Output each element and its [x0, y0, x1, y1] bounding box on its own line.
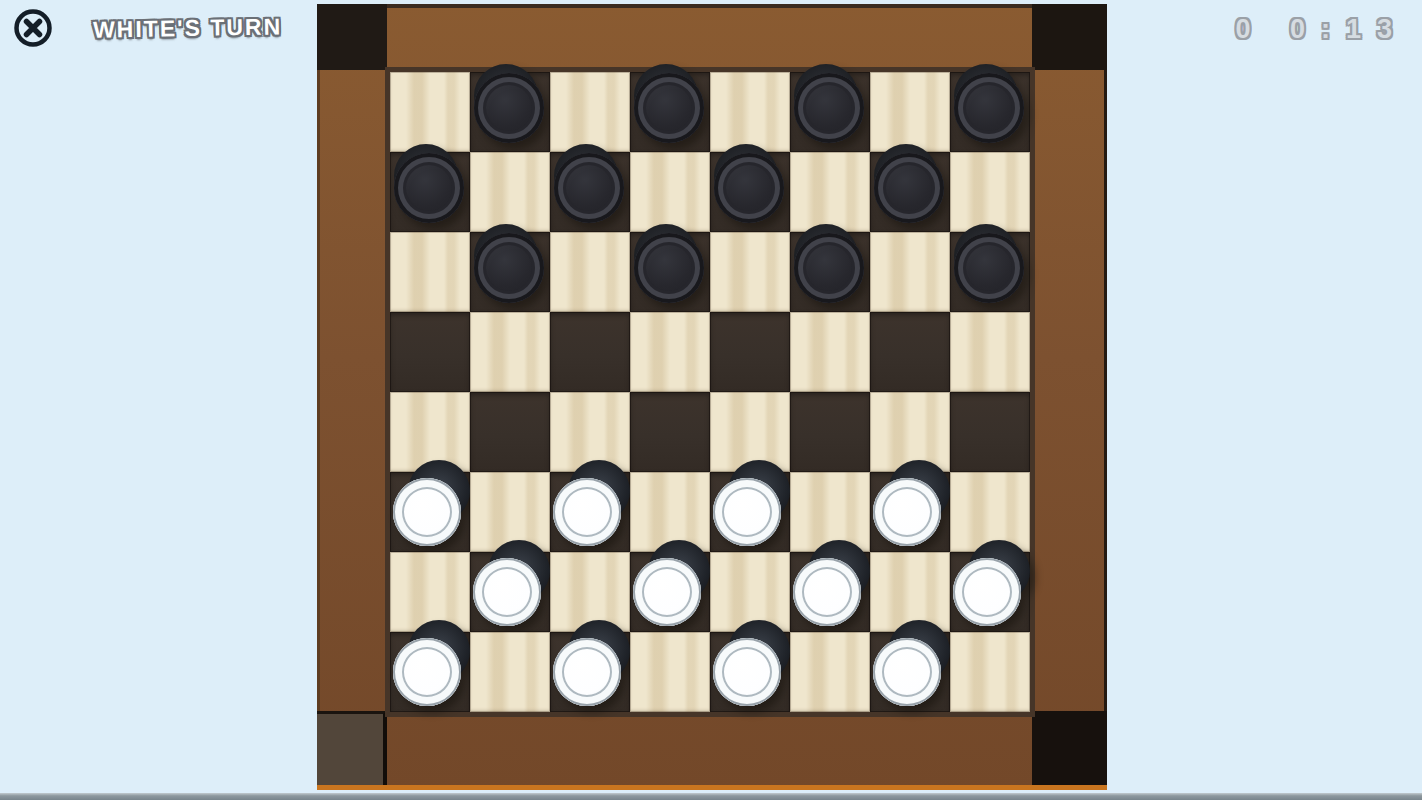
white-piece[interactable]: [870, 472, 950, 552]
black-piece[interactable]: [790, 72, 870, 152]
board-cell[interactable]: [550, 392, 630, 472]
black-piece[interactable]: [390, 152, 470, 232]
game-timer: 0 0:13: [1235, 14, 1408, 45]
board-cell[interactable]: [550, 552, 630, 632]
frame-top-edge: [317, 4, 1107, 8]
turn-indicator: WHITE'S TURN: [93, 13, 283, 43]
board-cell[interactable]: [790, 472, 870, 552]
piece-face: [954, 73, 1024, 143]
frame-corner-bottom-right: [1032, 711, 1107, 785]
white-piece[interactable]: [390, 632, 470, 712]
board-cell[interactable]: [470, 552, 550, 632]
board-cell[interactable]: [710, 632, 790, 712]
board-cell[interactable]: [710, 72, 790, 152]
board-cell[interactable]: [790, 152, 870, 232]
board-cell[interactable]: [790, 552, 870, 632]
board-cell[interactable]: [950, 232, 1030, 312]
board-cell[interactable]: [470, 152, 550, 232]
board-cell[interactable]: [630, 552, 710, 632]
board-cell[interactable]: [550, 72, 630, 152]
close-icon: [12, 37, 54, 52]
black-piece[interactable]: [790, 232, 870, 312]
piece-face: [553, 478, 621, 546]
board-cell[interactable]: [550, 232, 630, 312]
black-piece[interactable]: [630, 72, 710, 152]
black-piece[interactable]: [470, 232, 550, 312]
frame-corner-top-left: [317, 4, 387, 70]
piece-face: [633, 558, 701, 626]
board-cell[interactable]: [470, 472, 550, 552]
board-cell[interactable]: [550, 152, 630, 232]
piece-face: [794, 233, 864, 303]
board-cell[interactable]: [710, 152, 790, 232]
board-cell[interactable]: [550, 472, 630, 552]
board-grid: [385, 67, 1035, 717]
white-piece[interactable]: [550, 472, 630, 552]
board-cell[interactable]: [390, 472, 470, 552]
board-cell[interactable]: [390, 552, 470, 632]
board-cell[interactable]: [790, 232, 870, 312]
board-cell[interactable]: [790, 392, 870, 472]
board-cell[interactable]: [470, 312, 550, 392]
board-cell[interactable]: [950, 632, 1030, 712]
board-cell[interactable]: [710, 392, 790, 472]
black-piece[interactable]: [630, 232, 710, 312]
piece-face: [873, 638, 941, 706]
piece-face: [474, 233, 544, 303]
black-piece[interactable]: [710, 152, 790, 232]
frame-corner-top-right: [1032, 4, 1107, 70]
board-cell[interactable]: [470, 632, 550, 712]
white-piece[interactable]: [390, 472, 470, 552]
board-cell[interactable]: [870, 152, 950, 232]
piece-face: [474, 73, 544, 143]
board-cell[interactable]: [790, 632, 870, 712]
white-piece[interactable]: [470, 552, 550, 632]
board-cell[interactable]: [870, 392, 950, 472]
board-cell[interactable]: [630, 632, 710, 712]
board-cell[interactable]: [790, 312, 870, 392]
piece-face: [954, 233, 1024, 303]
piece-face: [874, 153, 944, 223]
board-cell[interactable]: [870, 72, 950, 152]
board-cell[interactable]: [870, 552, 950, 632]
piece-face: [554, 153, 624, 223]
board-cell[interactable]: [390, 152, 470, 232]
board-cell[interactable]: [950, 152, 1030, 232]
black-piece[interactable]: [950, 232, 1030, 312]
white-piece[interactable]: [710, 632, 790, 712]
board-cell[interactable]: [630, 72, 710, 152]
board-cell[interactable]: [950, 392, 1030, 472]
white-piece[interactable]: [710, 472, 790, 552]
board-cell[interactable]: [390, 632, 470, 712]
board-cell[interactable]: [950, 552, 1030, 632]
white-piece[interactable]: [630, 552, 710, 632]
board-cell[interactable]: [390, 392, 470, 472]
board-cell[interactable]: [870, 472, 950, 552]
piece-face: [634, 73, 704, 143]
board-cell[interactable]: [630, 152, 710, 232]
board-cell[interactable]: [470, 232, 550, 312]
bottom-scrollbar[interactable]: [0, 793, 1422, 800]
frame-corner-bottom-left: [317, 711, 387, 785]
black-piece[interactable]: [550, 152, 630, 232]
piece-face: [634, 233, 704, 303]
board-cell[interactable]: [710, 472, 790, 552]
board-cell[interactable]: [790, 72, 870, 152]
piece-face: [473, 558, 541, 626]
board-cell[interactable]: [950, 472, 1030, 552]
checkers-board: [317, 4, 1107, 790]
board-cell[interactable]: [870, 632, 950, 712]
piece-face: [393, 478, 461, 546]
board-cell[interactable]: [630, 232, 710, 312]
board-cell[interactable]: [630, 472, 710, 552]
piece-face: [553, 638, 621, 706]
piece-face: [873, 478, 941, 546]
board-cell[interactable]: [870, 232, 950, 312]
board-cell[interactable]: [950, 312, 1030, 392]
board-cell[interactable]: [870, 312, 950, 392]
white-piece[interactable]: [790, 552, 870, 632]
piece-face: [393, 638, 461, 706]
piece-face: [713, 478, 781, 546]
board-cell[interactable]: [470, 72, 550, 152]
black-piece[interactable]: [950, 72, 1030, 152]
piece-face: [794, 73, 864, 143]
board-cell[interactable]: [710, 552, 790, 632]
frame-bottom-edge: [317, 785, 1107, 790]
black-piece[interactable]: [870, 152, 950, 232]
board-cell[interactable]: [630, 312, 710, 392]
piece-face: [394, 153, 464, 223]
piece-face: [953, 558, 1021, 626]
piece-face: [713, 638, 781, 706]
white-piece[interactable]: [950, 552, 1030, 632]
board-cell[interactable]: [710, 312, 790, 392]
piece-face: [714, 153, 784, 223]
board-cell[interactable]: [550, 312, 630, 392]
black-piece[interactable]: [470, 72, 550, 152]
board-cell[interactable]: [950, 72, 1030, 152]
board-cell[interactable]: [470, 392, 550, 472]
board-cell[interactable]: [630, 392, 710, 472]
close-button[interactable]: [12, 7, 54, 49]
board-cell[interactable]: [390, 72, 470, 152]
piece-face: [793, 558, 861, 626]
board-cell[interactable]: [390, 312, 470, 392]
board-cell[interactable]: [550, 632, 630, 712]
white-piece[interactable]: [870, 632, 950, 712]
board-cell[interactable]: [390, 232, 470, 312]
board-cell[interactable]: [710, 232, 790, 312]
white-piece[interactable]: [550, 632, 630, 712]
